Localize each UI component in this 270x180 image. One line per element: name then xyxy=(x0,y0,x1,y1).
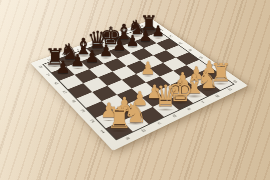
piece-black-pawn-h7[interactable]: ♟ xyxy=(151,24,164,39)
piece-black-pawn-a7[interactable]: ♟ xyxy=(55,59,70,76)
piece-black-pawn-f7[interactable]: ♟ xyxy=(126,34,140,49)
piece-white-pawn-e4[interactable]: ♟ xyxy=(140,60,155,77)
piece-black-pawn-d7[interactable]: ♟ xyxy=(99,43,113,59)
piece-white-rook-a1[interactable]: ♜ xyxy=(106,104,132,133)
wood-floor: 12345678 12345678 abcdefgh abcdefgh ♜♞♝♛… xyxy=(0,0,270,180)
piece-black-pawn-c7[interactable]: ♟ xyxy=(85,48,100,64)
piece-black-pawn-b7[interactable]: ♟ xyxy=(70,53,85,70)
piece-black-pawn-g7[interactable]: ♟ xyxy=(139,29,152,44)
piece-white-queen-d1[interactable]: ♛ xyxy=(153,83,179,112)
piece-black-pawn-e7[interactable]: ♟ xyxy=(113,38,127,54)
